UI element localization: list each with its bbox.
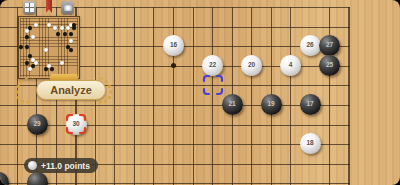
stone-black-29[interactable]: 29 bbox=[27, 114, 48, 135]
stone-white-26[interactable]: 26 bbox=[300, 35, 321, 56]
stone-white-30[interactable]: 30 bbox=[66, 114, 87, 135]
score-text: +11.0 points bbox=[41, 161, 90, 171]
minimap-stone bbox=[44, 48, 48, 52]
stone-black-25[interactable]: 25 bbox=[319, 55, 340, 76]
grid-panes bbox=[25, 3, 34, 12]
move-number: 26 bbox=[306, 42, 313, 49]
stone-white-4[interactable]: 4 bbox=[280, 55, 301, 76]
move-number: 4 bbox=[289, 62, 293, 69]
minimap-stone bbox=[60, 26, 64, 30]
hint-marker bbox=[202, 74, 224, 96]
red-ribbon-marker bbox=[46, 0, 52, 13]
minimap-board[interactable] bbox=[18, 16, 80, 79]
stone-black-21[interactable]: 21 bbox=[222, 94, 243, 115]
minimap-stone bbox=[28, 67, 32, 71]
move-number: 25 bbox=[326, 62, 333, 69]
stone-white-16[interactable]: 16 bbox=[163, 35, 184, 56]
minimap-stone bbox=[19, 45, 23, 49]
stone-white-22[interactable]: 22 bbox=[202, 55, 223, 76]
stone-white-18[interactable]: 18 bbox=[300, 133, 321, 154]
board-grid-icon[interactable] bbox=[23, 1, 36, 14]
move-number: 19 bbox=[267, 101, 274, 108]
minimap-stone bbox=[25, 61, 29, 65]
move-number: 30 bbox=[72, 121, 79, 128]
move-number: 18 bbox=[306, 140, 313, 147]
minimap-stone bbox=[25, 29, 29, 33]
minimap-stone bbox=[69, 39, 73, 43]
move-number: 27 bbox=[326, 42, 333, 49]
analyze-widget: Analyze bbox=[16, 74, 112, 104]
stone-black[interactable] bbox=[0, 172, 9, 185]
move-number: 29 bbox=[33, 121, 40, 128]
move-number: 17 bbox=[306, 101, 313, 108]
stone-black-27[interactable]: 27 bbox=[319, 35, 340, 56]
video-lens bbox=[64, 5, 72, 11]
move-number: 21 bbox=[228, 101, 235, 108]
stone-white-20[interactable]: 20 bbox=[241, 55, 262, 76]
analyze-button[interactable]: Analyze bbox=[36, 80, 106, 100]
video-icon[interactable] bbox=[61, 1, 74, 14]
board-stage: Analyze +11.0 points 1622204262725211917… bbox=[0, 0, 400, 185]
minimap-stone bbox=[25, 45, 29, 49]
white-stone-icon bbox=[28, 161, 37, 170]
stone-black-19[interactable]: 19 bbox=[261, 94, 282, 115]
move-number: 16 bbox=[170, 42, 177, 49]
minimap-stone bbox=[47, 23, 51, 27]
move-number: 20 bbox=[248, 62, 255, 69]
minimap-stone bbox=[60, 61, 64, 65]
star-point bbox=[171, 63, 176, 68]
move-number: 22 bbox=[209, 62, 216, 69]
score-badge: +11.0 points bbox=[24, 158, 98, 173]
stone-black[interactable] bbox=[27, 172, 48, 185]
stone-black-17[interactable]: 17 bbox=[300, 94, 321, 115]
